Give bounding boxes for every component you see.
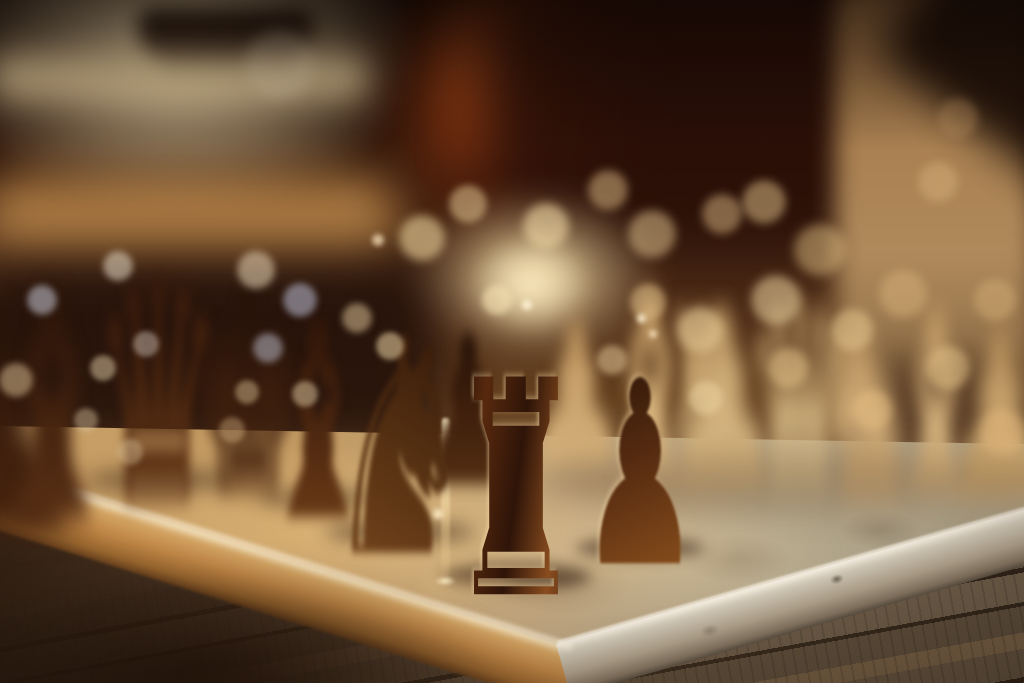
piece-dark-rook: ♜ xyxy=(449,342,583,640)
piece-dark-pawn: ♟ xyxy=(579,347,700,602)
chess-photo-scene: ♟♝♜♟♛♞♝♟ ♟♝♛♚♝♞♟♜♟ xyxy=(0,0,1024,683)
